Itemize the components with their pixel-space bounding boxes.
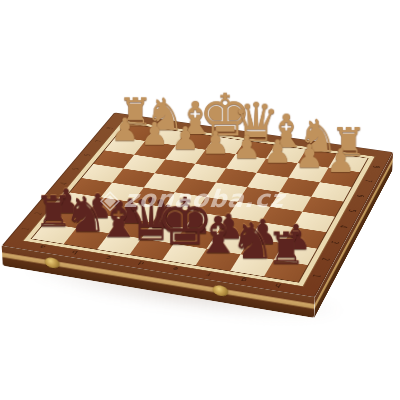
square xyxy=(45,207,89,227)
file-label: g xyxy=(237,276,250,283)
square xyxy=(264,259,308,281)
file-label: a xyxy=(36,243,50,249)
rank-label: 1 xyxy=(20,226,34,232)
square xyxy=(64,228,109,249)
square xyxy=(32,223,77,244)
square xyxy=(250,222,293,243)
file-label: d xyxy=(135,259,149,266)
watermark-text: zonaoba.cz xyxy=(123,185,287,213)
rank-label: 5 xyxy=(345,208,357,214)
file-label: f xyxy=(203,270,216,277)
file-label: h xyxy=(272,282,285,289)
product-photo: abcdefgh8877665544332211 ♜♞♝♚♛♝♞♜♟♟♟♟♟♟♟… xyxy=(0,0,400,400)
rank-label: 4 xyxy=(336,223,349,229)
file-label: b xyxy=(69,249,83,256)
square xyxy=(174,228,218,249)
rank-label: 3 xyxy=(327,239,340,245)
square xyxy=(77,212,121,233)
square xyxy=(274,243,317,265)
square xyxy=(207,233,250,254)
rank-label: 8 xyxy=(369,164,381,170)
watermark: ◈ zonaoba.cz xyxy=(100,184,285,214)
rank-label: 1 xyxy=(309,272,322,279)
rank-label: 2 xyxy=(33,211,46,217)
brass-hinge xyxy=(45,257,60,269)
file-label: e xyxy=(169,265,183,272)
square xyxy=(141,222,185,243)
file-label: c xyxy=(102,254,116,261)
square xyxy=(302,197,343,217)
watermark-diamond-icon: ◈ xyxy=(100,184,120,214)
square xyxy=(109,217,153,238)
square xyxy=(97,233,142,254)
rank-label: 3 xyxy=(46,195,59,201)
square xyxy=(129,238,173,260)
square xyxy=(311,182,352,201)
rank-label: 2 xyxy=(318,256,331,263)
rank-label: 6 xyxy=(353,193,365,199)
square xyxy=(240,238,283,260)
rank-label: 7 xyxy=(361,178,373,184)
square xyxy=(284,227,327,248)
square xyxy=(293,212,335,233)
square xyxy=(196,249,240,271)
square xyxy=(230,254,274,276)
square xyxy=(217,217,260,238)
square xyxy=(162,243,206,265)
brass-clasp xyxy=(213,284,228,297)
square xyxy=(185,212,228,233)
